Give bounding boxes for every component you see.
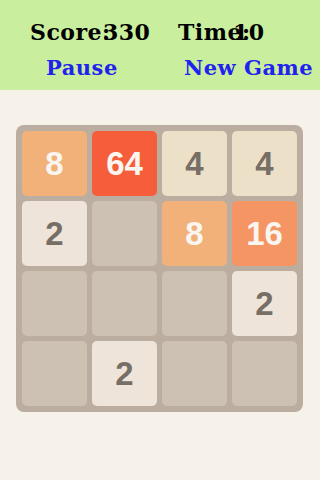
tile-64-r1c2: 64: [92, 131, 157, 196]
empty-cell-r4c3: [162, 341, 227, 406]
header-bar: Score: 330 Time: 10 Pause New Game: [0, 0, 320, 90]
score-value: 330: [103, 19, 150, 45]
tile-2-r2c1: 2: [22, 201, 87, 266]
tile-8-r2c3: 8: [162, 201, 227, 266]
tile-16-r2c4: 16: [232, 201, 297, 266]
pause-button[interactable]: Pause: [46, 55, 118, 80]
new-game-button[interactable]: New Game: [184, 55, 313, 80]
tile-4-r1c3: 4: [162, 131, 227, 196]
empty-cell-r3c2: [92, 271, 157, 336]
empty-cell-r4c1: [22, 341, 87, 406]
score-label: Score:: [30, 19, 111, 45]
tile-8-r1c1: 8: [22, 131, 87, 196]
tile-2-r4c2: 2: [92, 341, 157, 406]
button-row: Pause New Game: [0, 55, 320, 83]
time-value: 10: [233, 19, 265, 45]
empty-cell-r2c2: [92, 201, 157, 266]
empty-cell-r3c1: [22, 271, 87, 336]
tile-4-r1c4: 4: [232, 131, 297, 196]
score-time-row: Score: 330 Time: 10: [0, 19, 320, 47]
empty-cell-r3c3: [162, 271, 227, 336]
game-board[interactable]: 86444281622: [16, 125, 303, 412]
empty-cell-r4c4: [232, 341, 297, 406]
tile-2-r3c4: 2: [232, 271, 297, 336]
